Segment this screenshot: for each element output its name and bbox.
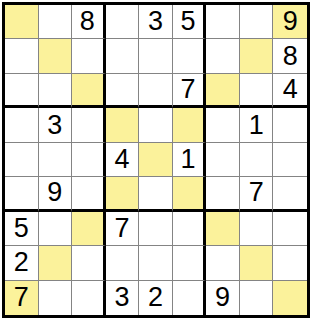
cell-r4c5[interactable] xyxy=(139,108,173,142)
cell-r8c9[interactable] xyxy=(273,246,307,280)
cell-r3c1[interactable] xyxy=(5,74,39,108)
cell-r6c5[interactable] xyxy=(139,177,173,211)
cell-r1c6[interactable]: 5 xyxy=(173,5,207,39)
cell-r7c2[interactable] xyxy=(39,212,73,246)
cell-r2c8[interactable] xyxy=(240,39,274,73)
cell-r8c7[interactable] xyxy=(206,246,240,280)
cell-r5c8[interactable] xyxy=(240,143,274,177)
cell-r3c3[interactable] xyxy=(72,74,106,108)
cell-r2c7[interactable] xyxy=(206,39,240,73)
cell-r7c6[interactable] xyxy=(173,212,207,246)
cell-r3c5[interactable] xyxy=(139,74,173,108)
cell-r4c7[interactable] xyxy=(206,108,240,142)
cell-r7c4[interactable]: 7 xyxy=(106,212,140,246)
cell-r9c9[interactable] xyxy=(273,281,307,315)
cell-r2c5[interactable] xyxy=(139,39,173,73)
cell-r3c4[interactable] xyxy=(106,74,140,108)
cell-r2c3[interactable] xyxy=(72,39,106,73)
cell-r9c3[interactable] xyxy=(72,281,106,315)
cell-r3c9[interactable]: 4 xyxy=(273,74,307,108)
cell-r9c8[interactable] xyxy=(240,281,274,315)
cell-r5c9[interactable] xyxy=(273,143,307,177)
cell-r1c3[interactable]: 8 xyxy=(72,5,106,39)
cell-r7c8[interactable] xyxy=(240,212,274,246)
cell-r2c2[interactable] xyxy=(39,39,73,73)
cell-r5c3[interactable] xyxy=(72,143,106,177)
cell-r2c6[interactable] xyxy=(173,39,207,73)
cell-r1c5[interactable]: 3 xyxy=(139,5,173,39)
cell-r5c4[interactable]: 4 xyxy=(106,143,140,177)
cell-r3c2[interactable] xyxy=(39,74,73,108)
cell-r4c6[interactable] xyxy=(173,108,207,142)
cell-r7c3[interactable] xyxy=(72,212,106,246)
cell-r7c9[interactable] xyxy=(273,212,307,246)
cell-r8c2[interactable] xyxy=(39,246,73,280)
cell-r4c1[interactable] xyxy=(5,108,39,142)
cell-r8c8[interactable] xyxy=(240,246,274,280)
cell-r4c4[interactable] xyxy=(106,108,140,142)
cell-r1c9[interactable]: 9 xyxy=(273,5,307,39)
cell-r6c3[interactable] xyxy=(72,177,106,211)
cell-r2c4[interactable] xyxy=(106,39,140,73)
cell-r6c6[interactable] xyxy=(173,177,207,211)
cell-r4c3[interactable] xyxy=(72,108,106,142)
cell-r1c2[interactable] xyxy=(39,5,73,39)
cell-r8c3[interactable] xyxy=(72,246,106,280)
cell-r5c6[interactable]: 1 xyxy=(173,143,207,177)
cell-r5c2[interactable] xyxy=(39,143,73,177)
cell-r7c1[interactable]: 5 xyxy=(5,212,39,246)
cell-r6c8[interactable]: 7 xyxy=(240,177,274,211)
cell-r9c6[interactable] xyxy=(173,281,207,315)
cell-r8c4[interactable] xyxy=(106,246,140,280)
cell-r6c9[interactable] xyxy=(273,177,307,211)
cell-r8c1[interactable]: 2 xyxy=(5,246,39,280)
cell-r3c6[interactable]: 7 xyxy=(173,74,207,108)
cell-r1c4[interactable] xyxy=(106,5,140,39)
cell-r3c7[interactable] xyxy=(206,74,240,108)
cell-r4c2[interactable]: 3 xyxy=(39,108,73,142)
cell-r5c1[interactable] xyxy=(5,143,39,177)
cell-r9c2[interactable] xyxy=(39,281,73,315)
cell-r1c7[interactable] xyxy=(206,5,240,39)
cell-r6c7[interactable] xyxy=(206,177,240,211)
cell-r2c1[interactable] xyxy=(5,39,39,73)
cell-r6c1[interactable] xyxy=(5,177,39,211)
cell-r8c6[interactable] xyxy=(173,246,207,280)
cell-r1c8[interactable] xyxy=(240,5,274,39)
sudoku-board: 83598743141975727329 xyxy=(2,2,310,318)
cell-r7c7[interactable] xyxy=(206,212,240,246)
cell-r3c8[interactable] xyxy=(240,74,274,108)
cell-r4c9[interactable] xyxy=(273,108,307,142)
cell-r6c4[interactable] xyxy=(106,177,140,211)
cell-r9c4[interactable]: 3 xyxy=(106,281,140,315)
cell-r9c7[interactable]: 9 xyxy=(206,281,240,315)
cell-r6c2[interactable]: 9 xyxy=(39,177,73,211)
cell-r9c5[interactable]: 2 xyxy=(139,281,173,315)
cell-r4c8[interactable]: 1 xyxy=(240,108,274,142)
cell-r7c5[interactable] xyxy=(139,212,173,246)
cell-r5c7[interactable] xyxy=(206,143,240,177)
cell-r8c5[interactable] xyxy=(139,246,173,280)
cell-r9c1[interactable]: 7 xyxy=(5,281,39,315)
cell-r2c9[interactable]: 8 xyxy=(273,39,307,73)
cell-r5c5[interactable] xyxy=(139,143,173,177)
cell-r1c1[interactable] xyxy=(5,5,39,39)
